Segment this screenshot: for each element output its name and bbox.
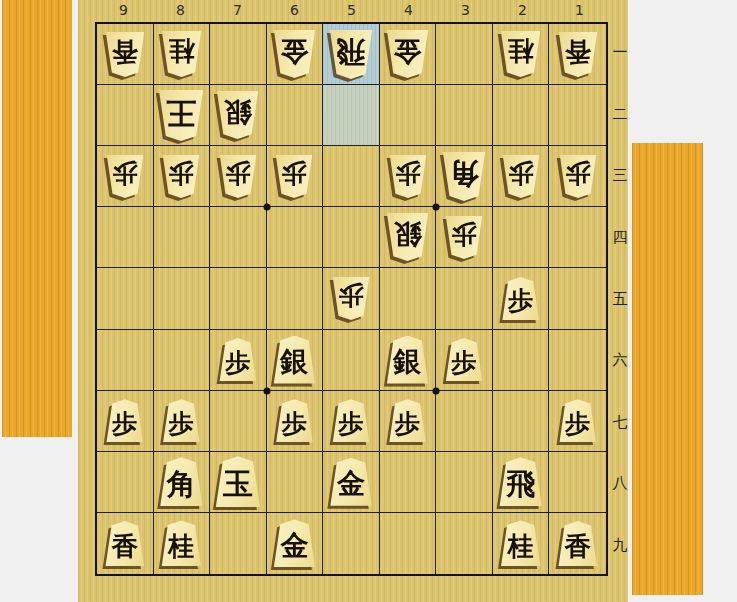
square-5-2[interactable] [323,85,380,146]
piece-gote-pawn[interactable]: 歩 [502,155,540,198]
piece-face: 金 [273,30,316,78]
piece-kanji: 歩 [452,345,477,375]
square-4-4[interactable]: 銀 [380,207,437,268]
piece-sente-silver[interactable]: 銀 [386,336,429,384]
star-point [433,204,440,211]
square-5-4[interactable] [323,207,380,268]
square-7-7[interactable] [210,391,267,452]
piece-kanji: 金 [337,465,365,498]
piece-kanji: 桂 [508,528,534,559]
square-4-9[interactable] [380,513,437,574]
piece-gote-lance[interactable]: 香 [558,32,598,77]
square-2-4[interactable] [493,207,550,268]
rank-label-1: 一 [610,22,630,84]
piece-face: 香 [558,521,598,566]
piece-sente-rook[interactable]: 飛 [499,457,543,506]
piece-kanji: 飛 [336,37,365,71]
square-1-7[interactable]: 歩 [549,391,606,452]
piece-kanji: 銀 [394,343,422,376]
piece-face: 歩 [106,399,144,442]
piece-sente-gold[interactable]: 金 [273,519,316,567]
square-7-2[interactable]: 銀 [210,85,267,146]
file-label-3: 3 [437,1,494,20]
square-6-7[interactable]: 歩 [267,391,324,452]
piece-kanji: 歩 [225,161,250,191]
piece-gote-pawn[interactable]: 歩 [219,155,257,198]
piece-face: 歩 [219,155,257,198]
sente-piece-stand [632,143,703,595]
piece-face: 桂 [500,31,541,77]
square-6-5[interactable] [267,268,324,329]
square-2-6[interactable] [493,330,550,391]
square-9-8[interactable] [97,452,154,513]
file-label-6: 6 [266,1,323,20]
square-9-9[interactable]: 香 [97,513,154,574]
piece-kanji: 香 [112,39,138,70]
piece-face: 金 [329,458,372,506]
piece-kanji: 歩 [565,161,590,191]
piece-gote-pawn[interactable]: 歩 [559,155,597,198]
piece-kanji: 角 [167,465,196,499]
piece-face: 銀 [216,91,259,139]
piece-sente-silver[interactable]: 銀 [273,336,316,384]
square-9-3[interactable]: 歩 [97,146,154,207]
piece-face: 王 [158,90,204,141]
square-7-6[interactable]: 歩 [210,330,267,391]
file-label-1: 1 [551,1,608,20]
piece-kanji: 歩 [169,406,194,436]
piece-face: 飛 [329,30,373,79]
square-6-3[interactable]: 歩 [267,146,324,207]
piece-face: 角 [442,152,486,201]
piece-face: 玉 [215,456,261,507]
piece-gote-pawn[interactable]: 歩 [445,216,483,259]
rank-label-9: 九 [610,515,630,577]
square-3-5[interactable] [436,268,493,329]
square-4-7[interactable]: 歩 [380,391,437,452]
square-3-9[interactable] [436,513,493,574]
piece-face: 角 [159,457,203,506]
square-2-2[interactable] [493,85,550,146]
square-8-6[interactable] [154,330,211,391]
square-7-3[interactable]: 歩 [210,146,267,207]
star-point [263,204,270,211]
piece-face: 歩 [389,399,427,442]
piece-face: 銀 [273,336,316,384]
square-8-5[interactable] [154,268,211,329]
square-2-3[interactable]: 歩 [493,146,550,207]
piece-kanji: 王 [166,98,196,133]
piece-kanji: 香 [112,528,138,559]
rank-label-4: 四 [610,207,630,269]
square-3-4[interactable]: 歩 [436,207,493,268]
gote-piece-stand [2,0,72,437]
square-2-1[interactable]: 桂 [493,24,550,85]
piece-face: 銀 [386,213,429,261]
piece-sente-pawn[interactable]: 歩 [275,399,313,442]
square-4-1[interactable]: 金 [380,24,437,85]
rank-label-6: 六 [610,330,630,392]
piece-gote-king[interactable]: 王 [158,90,204,141]
piece-gote-pawn[interactable]: 歩 [389,155,427,198]
square-5-5[interactable]: 歩 [323,268,380,329]
square-1-6[interactable] [549,330,606,391]
piece-gote-knight[interactable]: 桂 [500,31,541,77]
square-1-4[interactable] [549,207,606,268]
piece-kanji: 飛 [506,465,535,499]
piece-face: 香 [105,521,145,566]
piece-sente-pawn[interactable]: 歩 [162,399,200,442]
rank-labels: 一二三四五六七八九 [610,22,630,576]
piece-kanji: 銀 [224,99,252,132]
piece-kanji: 香 [565,39,591,70]
square-1-9[interactable]: 香 [549,513,606,574]
piece-face: 香 [105,32,145,77]
piece-kanji: 銀 [280,343,308,376]
piece-kanji: 桂 [168,528,194,559]
square-5-6[interactable] [323,330,380,391]
piece-kanji: 歩 [282,161,307,191]
file-label-4: 4 [380,1,437,20]
square-1-3[interactable]: 歩 [549,146,606,207]
piece-kanji: 玉 [223,464,253,499]
square-3-3[interactable]: 角 [436,146,493,207]
file-label-5: 5 [323,1,380,20]
square-4-6[interactable]: 銀 [380,330,437,391]
square-3-6[interactable]: 歩 [436,330,493,391]
piece-face: 桂 [161,520,202,566]
square-9-2[interactable] [97,85,154,146]
square-7-1[interactable] [210,24,267,85]
rank-label-8: 八 [610,453,630,515]
piece-sente-king[interactable]: 玉 [215,456,261,507]
square-1-8[interactable] [549,452,606,513]
piece-kanji: 歩 [508,161,533,191]
piece-kanji: 歩 [338,406,363,436]
square-2-8[interactable]: 飛 [493,452,550,513]
square-5-3[interactable] [323,146,380,207]
piece-face: 歩 [275,399,313,442]
piece-face: 歩 [275,155,313,198]
piece-sente-knight[interactable]: 桂 [161,520,202,566]
piece-gote-gold[interactable]: 金 [273,30,316,78]
square-8-7[interactable]: 歩 [154,391,211,452]
square-5-8[interactable]: 金 [323,452,380,513]
star-point [263,387,270,394]
square-6-8[interactable] [267,452,324,513]
file-label-8: 8 [152,1,209,20]
square-3-1[interactable] [436,24,493,85]
square-3-7[interactable] [436,391,493,452]
square-6-1[interactable]: 金 [267,24,324,85]
piece-gote-lance[interactable]: 香 [105,32,145,77]
square-8-1[interactable]: 桂 [154,24,211,85]
square-6-9[interactable]: 金 [267,513,324,574]
piece-kanji: 歩 [395,161,420,191]
piece-kanji: 銀 [394,221,422,254]
piece-face: 歩 [559,155,597,198]
square-1-2[interactable] [549,85,606,146]
piece-face: 桂 [500,520,541,566]
file-label-9: 9 [95,1,152,20]
piece-sente-gold[interactable]: 金 [329,458,372,506]
piece-sente-bishop[interactable]: 角 [159,457,203,506]
piece-gote-rook[interactable]: 飛 [329,30,373,79]
piece-kanji: 桂 [168,39,194,70]
square-4-8[interactable] [380,452,437,513]
piece-sente-lance[interactable]: 香 [105,521,145,566]
piece-face: 金 [273,519,316,567]
piece-gote-gold[interactable]: 金 [386,30,429,78]
square-5-7[interactable]: 歩 [323,391,380,452]
piece-face: 歩 [162,399,200,442]
square-6-6[interactable]: 銀 [267,330,324,391]
square-6-2[interactable] [267,85,324,146]
square-5-9[interactable] [323,513,380,574]
piece-gote-pawn[interactable]: 歩 [332,277,370,320]
piece-sente-pawn[interactable]: 歩 [559,399,597,442]
piece-face: 歩 [106,155,144,198]
square-6-4[interactable] [267,207,324,268]
square-5-1[interactable]: 飛 [323,24,380,85]
square-1-5[interactable] [549,268,606,329]
square-9-1[interactable]: 香 [97,24,154,85]
square-2-9[interactable]: 桂 [493,513,550,574]
square-8-2[interactable]: 王 [154,85,211,146]
square-7-8[interactable]: 玉 [210,452,267,513]
piece-sente-pawn[interactable]: 歩 [389,399,427,442]
piece-kanji: 桂 [508,39,534,70]
square-4-3[interactable]: 歩 [380,146,437,207]
piece-kanji: 歩 [565,406,590,436]
square-8-4[interactable] [154,207,211,268]
file-labels: 987654321 [95,1,608,20]
piece-face: 香 [558,32,598,77]
rank-label-5: 五 [610,268,630,330]
piece-face: 歩 [332,277,370,320]
piece-kanji: 歩 [225,345,250,375]
piece-gote-silver[interactable]: 銀 [216,91,259,139]
square-2-7[interactable] [493,391,550,452]
piece-face: 金 [386,30,429,78]
piece-kanji: 香 [565,528,591,559]
piece-gote-silver[interactable]: 銀 [386,213,429,261]
piece-kanji: 金 [394,38,422,71]
square-9-5[interactable] [97,268,154,329]
square-7-5[interactable] [210,268,267,329]
piece-face: 歩 [445,216,483,259]
piece-sente-pawn[interactable]: 歩 [502,277,540,320]
piece-kanji: 歩 [452,222,477,252]
piece-face: 桂 [161,31,202,77]
square-3-2[interactable] [436,85,493,146]
square-3-8[interactable] [436,452,493,513]
piece-sente-pawn[interactable]: 歩 [106,399,144,442]
piece-kanji: 金 [280,527,308,560]
piece-kanji: 角 [450,159,479,193]
square-8-3[interactable]: 歩 [154,146,211,207]
piece-face: 歩 [445,338,483,381]
square-9-6[interactable] [97,330,154,391]
piece-sente-pawn[interactable]: 歩 [332,399,370,442]
square-7-4[interactable] [210,207,267,268]
piece-sente-knight[interactable]: 桂 [500,520,541,566]
piece-kanji: 歩 [282,406,307,436]
square-4-5[interactable] [380,268,437,329]
square-1-1[interactable]: 香 [549,24,606,85]
piece-face: 銀 [386,336,429,384]
piece-face: 歩 [219,338,257,381]
piece-kanji: 歩 [169,161,194,191]
piece-face: 歩 [502,277,540,320]
piece-kanji: 歩 [112,406,137,436]
piece-face: 飛 [499,457,543,506]
piece-kanji: 歩 [395,406,420,436]
piece-kanji: 歩 [112,161,137,191]
piece-gote-pawn[interactable]: 歩 [162,155,200,198]
piece-gote-bishop[interactable]: 角 [442,152,486,201]
square-7-9[interactable] [210,513,267,574]
rank-label-2: 二 [610,84,630,146]
piece-face: 歩 [559,399,597,442]
piece-face: 歩 [389,155,427,198]
piece-gote-knight[interactable]: 桂 [161,31,202,77]
piece-kanji: 金 [280,38,308,71]
file-label-2: 2 [494,1,551,20]
square-2-5[interactable]: 歩 [493,268,550,329]
piece-gote-pawn[interactable]: 歩 [106,155,144,198]
square-9-4[interactable] [97,207,154,268]
piece-sente-lance[interactable]: 香 [558,521,598,566]
piece-face: 歩 [332,399,370,442]
piece-kanji: 歩 [508,283,533,313]
file-label-7: 7 [209,1,266,20]
shogi-board: 香桂金飛金桂香王銀歩歩歩歩歩角歩歩銀歩歩歩歩銀銀歩歩歩歩歩歩歩角玉金飛香桂金桂香 [95,22,608,576]
piece-sente-pawn[interactable]: 歩 [219,338,257,381]
piece-face: 歩 [162,155,200,198]
square-9-7[interactable]: 歩 [97,391,154,452]
square-8-9[interactable]: 桂 [154,513,211,574]
piece-sente-pawn[interactable]: 歩 [445,338,483,381]
rank-label-3: 三 [610,145,630,207]
square-4-2[interactable] [380,85,437,146]
square-8-8[interactable]: 角 [154,452,211,513]
star-point [433,387,440,394]
piece-face: 歩 [502,155,540,198]
rank-label-7: 七 [610,391,630,453]
piece-gote-pawn[interactable]: 歩 [275,155,313,198]
piece-kanji: 歩 [338,283,363,313]
